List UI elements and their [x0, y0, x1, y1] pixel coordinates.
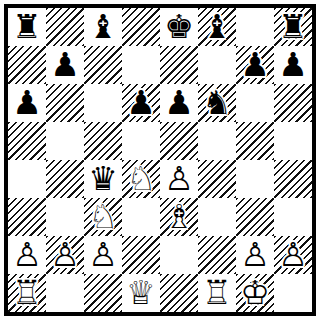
square-h2: ♟♙ — [274, 236, 312, 274]
white-pawn-piece: ♟♙ — [160, 160, 198, 198]
square-d5 — [122, 122, 160, 160]
white-pawn-piece: ♟♙ — [274, 236, 312, 274]
piece-glyph: ♜ — [274, 8, 312, 46]
piece-glyph: ♝ — [84, 8, 122, 46]
square-d8 — [122, 8, 160, 46]
square-c4: ♛♛ — [84, 160, 122, 198]
square-b2: ♟♙ — [46, 236, 84, 274]
square-g5 — [236, 122, 274, 160]
piece-glyph: ♗ — [160, 198, 198, 236]
piece-glyph: ♙ — [236, 236, 274, 274]
square-h1 — [274, 274, 312, 312]
square-g2: ♟♙ — [236, 236, 274, 274]
piece-glyph: ♙ — [274, 236, 312, 274]
white-pawn-piece: ♟♙ — [236, 236, 274, 274]
black-knight-piece: ♞♞ — [198, 84, 236, 122]
white-pawn-piece: ♟♙ — [46, 236, 84, 274]
square-h5 — [274, 122, 312, 160]
square-a7 — [8, 46, 46, 84]
white-rook-piece: ♜♖ — [198, 274, 236, 312]
piece-glyph: ♜ — [8, 8, 46, 46]
piece-glyph: ♟ — [160, 84, 198, 122]
square-g6 — [236, 84, 274, 122]
square-d4: ♞♘ — [122, 160, 160, 198]
square-e1 — [160, 274, 198, 312]
square-b8 — [46, 8, 84, 46]
square-f5 — [198, 122, 236, 160]
square-e6: ♟♟ — [160, 84, 198, 122]
piece-glyph: ♘ — [84, 198, 122, 236]
piece-glyph: ♟ — [46, 46, 84, 84]
square-d2 — [122, 236, 160, 274]
square-h6 — [274, 84, 312, 122]
piece-glyph: ♙ — [8, 236, 46, 274]
square-g4 — [236, 160, 274, 198]
piece-glyph: ♚ — [160, 8, 198, 46]
square-c3: ♞♘ — [84, 198, 122, 236]
piece-glyph: ♖ — [198, 274, 236, 312]
black-rook-piece: ♜♜ — [8, 8, 46, 46]
square-h8: ♜♜ — [274, 8, 312, 46]
piece-glyph: ♛ — [84, 160, 122, 198]
white-rook-piece: ♜♖ — [8, 274, 46, 312]
square-e2 — [160, 236, 198, 274]
black-pawn-piece: ♟♟ — [160, 84, 198, 122]
white-queen-piece: ♛♕ — [122, 274, 160, 312]
piece-glyph: ♝ — [198, 8, 236, 46]
square-h7: ♟♟ — [274, 46, 312, 84]
piece-glyph: ♙ — [160, 160, 198, 198]
white-bishop-piece: ♝♗ — [160, 198, 198, 236]
piece-glyph: ♖ — [8, 274, 46, 312]
square-g1: ♚♔ — [236, 274, 274, 312]
white-king-piece: ♚♔ — [236, 274, 274, 312]
white-pawn-piece: ♟♙ — [84, 236, 122, 274]
black-pawn-piece: ♟♟ — [8, 84, 46, 122]
square-c6 — [84, 84, 122, 122]
piece-glyph: ♟ — [8, 84, 46, 122]
piece-glyph: ♔ — [236, 274, 274, 312]
square-d6: ♟♟ — [122, 84, 160, 122]
square-a8: ♜♜ — [8, 8, 46, 46]
piece-glyph: ♟ — [274, 46, 312, 84]
square-b3 — [46, 198, 84, 236]
square-d3 — [122, 198, 160, 236]
square-b5 — [46, 122, 84, 160]
black-pawn-piece: ♟♟ — [274, 46, 312, 84]
square-h3 — [274, 198, 312, 236]
square-a1: ♜♖ — [8, 274, 46, 312]
black-pawn-piece: ♟♟ — [122, 84, 160, 122]
square-b4 — [46, 160, 84, 198]
piece-glyph: ♞ — [198, 84, 236, 122]
black-pawn-piece: ♟♟ — [46, 46, 84, 84]
square-f4 — [198, 160, 236, 198]
square-f2 — [198, 236, 236, 274]
black-pawn-piece: ♟♟ — [236, 46, 274, 84]
square-f1: ♜♖ — [198, 274, 236, 312]
square-f8: ♝♝ — [198, 8, 236, 46]
black-bishop-piece: ♝♝ — [84, 8, 122, 46]
square-b6 — [46, 84, 84, 122]
black-queen-piece: ♛♛ — [84, 160, 122, 198]
square-a4 — [8, 160, 46, 198]
square-g7: ♟♟ — [236, 46, 274, 84]
square-f7 — [198, 46, 236, 84]
square-e8: ♚♚ — [160, 8, 198, 46]
square-g8 — [236, 8, 274, 46]
square-e7 — [160, 46, 198, 84]
square-e3: ♝♗ — [160, 198, 198, 236]
black-king-piece: ♚♚ — [160, 8, 198, 46]
square-c5 — [84, 122, 122, 160]
square-f6: ♞♞ — [198, 84, 236, 122]
square-c7 — [84, 46, 122, 84]
piece-glyph: ♕ — [122, 274, 160, 312]
square-e4: ♟♙ — [160, 160, 198, 198]
square-c1 — [84, 274, 122, 312]
square-c8: ♝♝ — [84, 8, 122, 46]
square-c2: ♟♙ — [84, 236, 122, 274]
square-g3 — [236, 198, 274, 236]
square-a5 — [8, 122, 46, 160]
piece-glyph: ♟ — [236, 46, 274, 84]
white-knight-piece: ♞♘ — [122, 160, 160, 198]
white-pawn-piece: ♟♙ — [8, 236, 46, 274]
piece-glyph: ♙ — [84, 236, 122, 274]
square-f3 — [198, 198, 236, 236]
white-knight-piece: ♞♘ — [84, 198, 122, 236]
board-frame: ♜♜♝♝♚♚♝♝♜♜♟♟♟♟♟♟♟♟♟♟♟♟♞♞♛♛♞♘♟♙♞♘♝♗♟♙♟♙♟♙… — [4, 4, 316, 316]
piece-glyph: ♟ — [122, 84, 160, 122]
black-bishop-piece: ♝♝ — [198, 8, 236, 46]
square-b7: ♟♟ — [46, 46, 84, 84]
square-a2: ♟♙ — [8, 236, 46, 274]
black-rook-piece: ♜♜ — [274, 8, 312, 46]
piece-glyph: ♘ — [122, 160, 160, 198]
square-b1 — [46, 274, 84, 312]
square-d1: ♛♕ — [122, 274, 160, 312]
square-e5 — [160, 122, 198, 160]
square-a3 — [8, 198, 46, 236]
chess-board: ♜♜♝♝♚♚♝♝♜♜♟♟♟♟♟♟♟♟♟♟♟♟♞♞♛♛♞♘♟♙♞♘♝♗♟♙♟♙♟♙… — [8, 8, 312, 312]
square-a6: ♟♟ — [8, 84, 46, 122]
piece-glyph: ♙ — [46, 236, 84, 274]
square-d7 — [122, 46, 160, 84]
square-h4 — [274, 160, 312, 198]
